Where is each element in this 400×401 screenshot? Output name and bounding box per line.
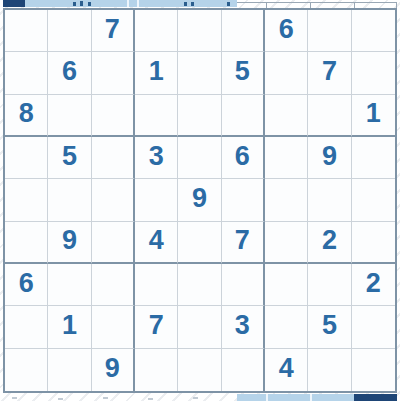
cell-r8c8[interactable]: 5 [308,306,351,348]
cutoff-text-fragment [12,397,17,399]
cutoff-text-fragment [58,398,63,400]
cutoff-text-fragment [80,1,83,6]
cell-r6c9[interactable] [352,222,395,264]
cell-r8c1[interactable] [5,306,48,348]
bottom-banner-blue-bar [237,394,354,401]
given-digit: 2 [366,270,381,297]
cell-r3c7[interactable] [265,95,308,137]
cell-r3c1[interactable]: 8 [5,95,48,137]
cell-r6c6[interactable]: 7 [222,222,265,264]
cutoff-text-fragment [103,397,108,399]
given-digit: 9 [322,143,337,170]
cell-r2c1[interactable] [5,52,48,94]
cell-r1c4[interactable] [135,10,178,52]
given-digit: 1 [62,312,77,339]
cell-r9c2[interactable] [48,349,91,391]
cell-r7c8[interactable] [308,264,351,306]
cell-r2c4[interactable]: 1 [135,52,178,94]
top-banner-fragment [0,0,400,8]
cell-r8c7[interactable] [265,306,308,348]
given-digit: 7 [149,312,164,339]
banner-divider [127,0,129,7]
banner-divider [137,0,139,7]
cell-r6c2[interactable]: 9 [48,222,91,264]
given-digit: 3 [149,143,164,170]
cell-r5c5[interactable]: 9 [178,179,221,221]
cell-r7c7[interactable] [265,264,308,306]
cell-r3c6[interactable] [222,95,265,137]
cell-r2c2[interactable]: 6 [48,52,91,94]
cutoff-text-fragment [191,2,194,6]
bottom-banner-fragment [0,393,400,401]
cell-r1c2[interactable] [48,10,91,52]
cell-r3c8[interactable] [308,95,351,137]
cutoff-text-fragment [73,2,76,6]
cell-r4c4[interactable]: 3 [135,137,178,179]
cell-r4c9[interactable] [352,137,395,179]
cell-r7c6[interactable] [222,264,265,306]
cell-r1c3[interactable]: 7 [92,10,135,52]
given-digit: 2 [322,227,337,254]
cell-r7c4[interactable] [135,264,178,306]
cell-r9c5[interactable] [178,349,221,391]
cutoff-text-fragment [148,398,153,400]
cutoff-text-fragment [88,2,91,6]
cell-r2c5[interactable] [178,52,221,94]
given-digit: 9 [62,227,77,254]
given-digit: 5 [235,58,250,85]
given-digit: 6 [62,58,77,85]
cell-r1c1[interactable] [5,10,48,52]
cell-r2c6[interactable]: 5 [222,52,265,94]
cell-r5c3[interactable] [92,179,135,221]
cell-r9c1[interactable] [5,349,48,391]
cell-r9c8[interactable] [308,349,351,391]
given-digit: 8 [19,100,34,127]
cell-r7c3[interactable] [92,264,135,306]
given-digit: 9 [105,355,120,382]
neighbor-grid-edge [237,2,397,3]
cell-r8c6[interactable]: 3 [222,306,265,348]
cell-r3c2[interactable] [48,95,91,137]
given-digit: 5 [322,312,337,339]
cell-r9c3[interactable]: 9 [92,349,135,391]
sudoku-grid: 7661578153699947262173594 [3,8,397,393]
given-digit: 5 [62,143,77,170]
cell-r2c8[interactable]: 7 [308,52,351,94]
cell-r6c7[interactable] [265,222,308,264]
cell-r5c2[interactable] [48,179,91,221]
cell-r1c6[interactable] [222,10,265,52]
cell-r6c3[interactable] [92,222,135,264]
cell-r4c8[interactable]: 9 [308,137,351,179]
cutoff-text-fragment [193,397,198,399]
bottom-banner-navy-block [354,394,397,401]
cell-r3c4[interactable] [135,95,178,137]
cell-r9c6[interactable] [222,349,265,391]
cell-r6c4[interactable]: 4 [135,222,178,264]
cell-r4c5[interactable] [178,137,221,179]
cell-r4c2[interactable]: 5 [48,137,91,179]
given-digit: 7 [322,58,337,85]
given-digit: 1 [149,58,164,85]
cell-r8c2[interactable]: 1 [48,306,91,348]
cell-r2c9[interactable] [352,52,395,94]
cell-r6c5[interactable] [178,222,221,264]
given-digit: 6 [19,270,34,297]
given-digit: 3 [235,312,250,339]
cell-r8c3[interactable] [92,306,135,348]
cell-r1c5[interactable] [178,10,221,52]
top-banner-navy-block [3,0,25,7]
cutoff-text-fragment [184,2,187,6]
given-digit: 7 [105,16,120,43]
cell-r4c1[interactable] [5,137,48,179]
cell-r1c8[interactable] [308,10,351,52]
cell-r3c9[interactable]: 1 [352,95,395,137]
cell-r4c6[interactable]: 6 [222,137,265,179]
given-digit: 1 [366,100,381,127]
cell-r9c7[interactable]: 4 [265,349,308,391]
cell-r5c4[interactable] [135,179,178,221]
cell-r5c6[interactable] [222,179,265,221]
cell-r2c3[interactable] [92,52,135,94]
given-digit: 6 [279,16,294,43]
top-banner-blue-bar [25,0,237,7]
cell-r6c1[interactable] [5,222,48,264]
cell-r5c7[interactable] [265,179,308,221]
given-digit: 6 [235,143,250,170]
cell-r7c2[interactable] [48,264,91,306]
cell-r7c5[interactable] [178,264,221,306]
cell-r5c9[interactable] [352,179,395,221]
cell-r1c7[interactable]: 6 [265,10,308,52]
cell-r8c5[interactable] [178,306,221,348]
cutoff-text-fragment [227,2,230,6]
cell-r1c9[interactable] [352,10,395,52]
cell-r5c1[interactable] [5,179,48,221]
given-digit: 7 [235,227,250,254]
cell-r8c9[interactable] [352,306,395,348]
cell-r3c3[interactable] [92,95,135,137]
banner-divider [310,394,312,401]
cell-r5c8[interactable] [308,179,351,221]
cell-r4c3[interactable] [92,137,135,179]
cell-r4c7[interactable] [265,137,308,179]
cell-r7c1[interactable]: 6 [5,264,48,306]
given-digit: 4 [279,355,294,382]
cell-r2c7[interactable] [265,52,308,94]
cell-r6c8[interactable]: 2 [308,222,351,264]
cell-r7c9[interactable]: 2 [352,264,395,306]
cell-r9c9[interactable] [352,349,395,391]
cell-r8c4[interactable]: 7 [135,306,178,348]
given-digit: 4 [149,227,164,254]
cell-r9c4[interactable] [135,349,178,391]
given-digit: 9 [192,185,207,212]
cell-r3c5[interactable] [178,95,221,137]
banner-divider [266,394,268,401]
